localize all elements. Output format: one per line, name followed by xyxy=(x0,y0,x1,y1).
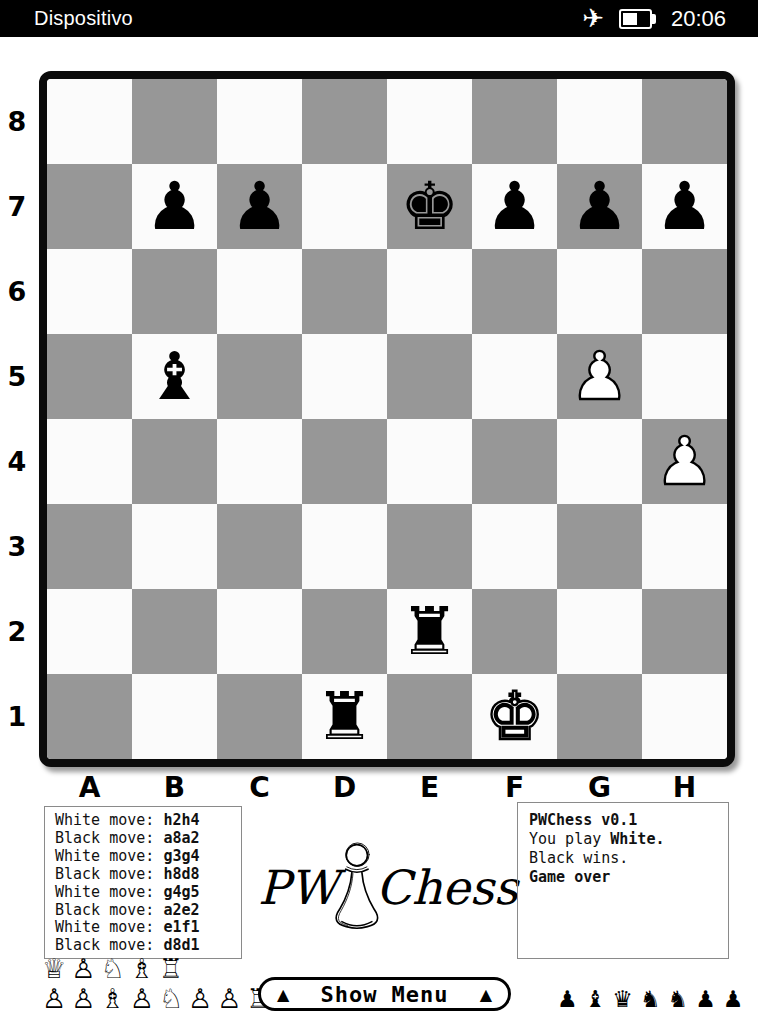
square-d6[interactable] xyxy=(302,249,387,334)
square-e2[interactable]: ♜ xyxy=(387,589,472,674)
rank-label-3: 3 xyxy=(2,504,32,589)
captured-black-pawn: ♟ xyxy=(695,984,716,1014)
square-f1[interactable]: ♚ xyxy=(472,674,557,759)
square-c3[interactable] xyxy=(217,504,302,589)
result-line: Black wins. xyxy=(529,849,728,868)
square-h7[interactable]: ♟ xyxy=(642,164,727,249)
move-log-entry: White move: g3g4 xyxy=(55,848,241,866)
square-f6[interactable] xyxy=(472,249,557,334)
square-e8[interactable] xyxy=(387,79,472,164)
up-triangle-icon: ▲ xyxy=(277,985,289,1004)
square-e3[interactable] xyxy=(387,504,472,589)
rank-label-1: 1 xyxy=(2,674,32,759)
piece-white-pawn: ♟ xyxy=(655,419,714,504)
square-a6[interactable] xyxy=(47,249,132,334)
captured-black-bishop: ♝ xyxy=(585,984,606,1014)
piece-black-pawn: ♟ xyxy=(230,164,289,249)
square-h6[interactable] xyxy=(642,249,727,334)
move-log-entry: White move: e1f1 xyxy=(55,919,241,937)
square-b1[interactable] xyxy=(132,674,217,759)
square-e6[interactable] xyxy=(387,249,472,334)
rank-label-8: 8 xyxy=(2,79,32,164)
piece-white-pawn: ♟ xyxy=(570,334,629,419)
captured-white-pawn: ♙ xyxy=(217,984,241,1014)
square-b5[interactable]: ♝ xyxy=(132,334,217,419)
square-h5[interactable] xyxy=(642,334,727,419)
captured-white-knight: ♘ xyxy=(100,954,124,984)
square-f4[interactable] xyxy=(472,419,557,504)
chess-board: ♟♟♚♟♟♟♝♟♟♜♜♚ xyxy=(39,71,735,767)
square-h8[interactable] xyxy=(642,79,727,164)
logo-text-pw: PW xyxy=(258,860,338,915)
file-label-e: E xyxy=(387,769,472,805)
square-e7[interactable]: ♚ xyxy=(387,164,472,249)
square-h1[interactable] xyxy=(642,674,727,759)
square-f2[interactable] xyxy=(472,589,557,674)
file-label-d: D xyxy=(302,769,387,805)
square-a1[interactable] xyxy=(47,674,132,759)
piece-black-rook: ♜ xyxy=(315,674,374,759)
square-f7[interactable]: ♟ xyxy=(472,164,557,249)
square-g6[interactable] xyxy=(557,249,642,334)
app-version: PWChess v0.1 xyxy=(529,811,728,830)
file-label-b: B xyxy=(132,769,217,805)
captured-black-tray: ♟♝♛♞♞♟♟ xyxy=(557,984,743,1014)
square-a3[interactable] xyxy=(47,504,132,589)
move-log-entry: White move: h2h4 xyxy=(55,812,241,830)
rank-label-7: 7 xyxy=(2,164,32,249)
square-d2[interactable] xyxy=(302,589,387,674)
rank-label-5: 5 xyxy=(2,334,32,419)
square-g7[interactable]: ♟ xyxy=(557,164,642,249)
piece-black-pawn: ♟ xyxy=(485,164,544,249)
captured-black-pawn: ♟ xyxy=(723,984,744,1014)
move-log-entry: Black move: a8a2 xyxy=(55,830,241,848)
pwchess-screen: Dispositivo ✈ 20:06 87654321 ABCDEFGH ♟♟… xyxy=(0,0,758,1024)
square-f8[interactable] xyxy=(472,79,557,164)
square-h3[interactable] xyxy=(642,504,727,589)
square-h2[interactable] xyxy=(642,589,727,674)
square-c7[interactable]: ♟ xyxy=(217,164,302,249)
square-a7[interactable] xyxy=(47,164,132,249)
clock: 20:06 xyxy=(671,6,726,32)
piece-white-king: ♚ xyxy=(485,674,544,759)
captured-white-pawn: ♙ xyxy=(71,984,95,1014)
square-g8[interactable] xyxy=(557,79,642,164)
battery-icon xyxy=(619,9,656,29)
captured-white-queen: ♕ xyxy=(42,954,66,984)
square-b7[interactable]: ♟ xyxy=(132,164,217,249)
square-h4[interactable]: ♟ xyxy=(642,419,727,504)
move-log-entry: Black move: h8d8 xyxy=(55,866,241,884)
square-d8[interactable] xyxy=(302,79,387,164)
move-value: g4g5 xyxy=(163,883,199,901)
file-label-a: A xyxy=(47,769,132,805)
square-c8[interactable] xyxy=(217,79,302,164)
move-value: e1f1 xyxy=(163,918,199,936)
captured-black-knight: ♞ xyxy=(668,984,689,1014)
piece-black-pawn: ♟ xyxy=(655,164,714,249)
square-b6[interactable] xyxy=(132,249,217,334)
battery-fill xyxy=(623,13,637,25)
pwchess-logo: PW Chess xyxy=(258,804,518,970)
square-g5[interactable]: ♟ xyxy=(557,334,642,419)
player-color-line: You play White. xyxy=(529,830,728,849)
square-e5[interactable] xyxy=(387,334,472,419)
square-d7[interactable] xyxy=(302,164,387,249)
move-value: a2e2 xyxy=(163,901,199,919)
captured-white-pawn: ♙ xyxy=(42,984,66,1014)
move-log-entry: White move: g4g5 xyxy=(55,884,241,902)
piece-black-pawn: ♟ xyxy=(145,164,204,249)
square-a4[interactable] xyxy=(47,419,132,504)
move-value: h8d8 xyxy=(163,865,199,883)
piece-black-pawn: ♟ xyxy=(570,164,629,249)
square-c1[interactable] xyxy=(217,674,302,759)
square-d5[interactable] xyxy=(302,334,387,419)
square-e1[interactable] xyxy=(387,674,472,759)
rank-label-2: 2 xyxy=(2,589,32,674)
captured-black-pawn: ♟ xyxy=(557,984,578,1014)
square-c4[interactable] xyxy=(217,419,302,504)
file-label-c: C xyxy=(217,769,302,805)
info-panel: PWChess v0.1 You play White. Black wins.… xyxy=(517,802,729,959)
square-d1[interactable]: ♜ xyxy=(302,674,387,759)
game-over-line: Game over xyxy=(529,868,728,887)
captured-white-pawn: ♙ xyxy=(130,984,154,1014)
device-menu[interactable]: Dispositivo xyxy=(34,7,133,30)
captured-white-bishop: ♗ xyxy=(130,954,154,984)
captured-white-rook: ♖ xyxy=(159,954,183,984)
square-d4[interactable] xyxy=(302,419,387,504)
move-value: d8d1 xyxy=(163,936,199,954)
captured-black-queen: ♛ xyxy=(612,984,633,1014)
piece-black-bishop: ♝ xyxy=(145,334,204,419)
rank-label-4: 4 xyxy=(2,419,32,504)
file-label-f: F xyxy=(472,769,557,805)
piece-black-rook: ♜ xyxy=(400,589,459,674)
show-menu-button[interactable]: ▲ Show Menu ▲ xyxy=(258,977,511,1011)
square-f5[interactable] xyxy=(472,334,557,419)
airplane-mode-icon: ✈ xyxy=(582,0,604,37)
move-value: a8a2 xyxy=(163,829,199,847)
captured-white-pawn: ♙ xyxy=(71,954,95,984)
square-g2[interactable] xyxy=(557,589,642,674)
square-a2[interactable] xyxy=(47,589,132,674)
square-a5[interactable] xyxy=(47,334,132,419)
move-value: h2h4 xyxy=(163,811,199,829)
square-g1[interactable] xyxy=(557,674,642,759)
square-c5[interactable] xyxy=(217,334,302,419)
up-triangle-icon: ▲ xyxy=(480,985,492,1004)
rank-label-6: 6 xyxy=(2,249,32,334)
move-log-entry: Black move: a2e2 xyxy=(55,902,241,920)
square-g3[interactable] xyxy=(557,504,642,589)
square-g4[interactable] xyxy=(557,419,642,504)
piece-black-king: ♚ xyxy=(400,164,459,249)
captured-white-knight: ♘ xyxy=(159,984,183,1014)
captured-white-bishop: ♗ xyxy=(100,984,124,1014)
square-b8[interactable] xyxy=(132,79,217,164)
square-b4[interactable] xyxy=(132,419,217,504)
file-label-h: H xyxy=(642,769,727,805)
square-b3[interactable] xyxy=(132,504,217,589)
move-value: g3g4 xyxy=(163,847,199,865)
status-bar: Dispositivo ✈ 20:06 xyxy=(0,0,758,37)
square-e4[interactable] xyxy=(387,419,472,504)
show-menu-label: Show Menu xyxy=(320,982,448,1007)
captured-white-pawn: ♙ xyxy=(188,984,212,1014)
move-log: White move: h2h4Black move: a8a2White mo… xyxy=(44,806,242,959)
logo-text-chess: Chess xyxy=(376,860,518,915)
captured-white-tray-row1: ♕♙♘♗♖ xyxy=(42,954,183,984)
captured-black-knight: ♞ xyxy=(640,984,661,1014)
square-f3[interactable] xyxy=(472,504,557,589)
file-label-g: G xyxy=(557,769,642,805)
square-d3[interactable] xyxy=(302,504,387,589)
square-c2[interactable] xyxy=(217,589,302,674)
square-a8[interactable] xyxy=(47,79,132,164)
square-b2[interactable] xyxy=(132,589,217,674)
captured-white-tray-row2: ♙♙♗♙♘♙♙♖ xyxy=(42,984,271,1014)
square-c6[interactable] xyxy=(217,249,302,334)
